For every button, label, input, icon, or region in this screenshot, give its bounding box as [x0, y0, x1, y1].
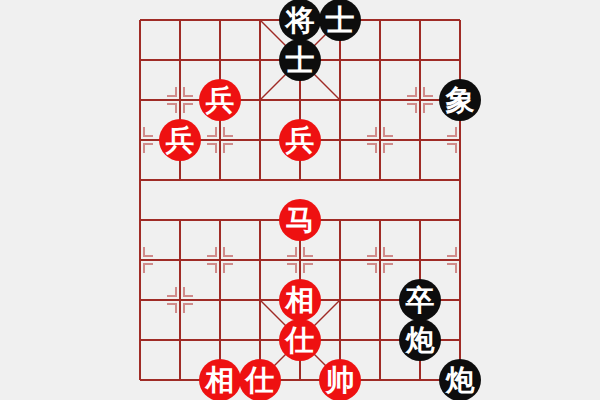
piece-black-advisor[interactable]: 士 [319, 0, 361, 41]
piece-black-soldier[interactable]: 卒 [399, 279, 441, 321]
piece-black-cannon[interactable]: 炮 [439, 359, 481, 400]
piece-red-advisor[interactable]: 仕 [239, 359, 281, 400]
piece-red-soldier[interactable]: 兵 [279, 119, 321, 161]
piece-black-elephant[interactable]: 象 [439, 79, 481, 121]
piece-black-general[interactable]: 将 [279, 0, 321, 41]
piece-red-elephant[interactable]: 相 [199, 359, 241, 400]
piece-black-cannon[interactable]: 炮 [399, 319, 441, 361]
xiangqi-screen: 将士士兵象兵兵马相卒仕炮相仕帅炮 [0, 0, 600, 400]
piece-red-general[interactable]: 帅 [319, 359, 361, 400]
piece-red-horse[interactable]: 马 [279, 199, 321, 241]
piece-red-advisor[interactable]: 仕 [279, 319, 321, 361]
piece-red-soldier[interactable]: 兵 [159, 119, 201, 161]
piece-red-soldier[interactable]: 兵 [199, 79, 241, 121]
piece-red-elephant[interactable]: 相 [279, 279, 321, 321]
piece-black-advisor[interactable]: 士 [279, 39, 321, 81]
board-grid[interactable]: 将士士兵象兵兵马相卒仕炮相仕帅炮 [120, 0, 480, 400]
